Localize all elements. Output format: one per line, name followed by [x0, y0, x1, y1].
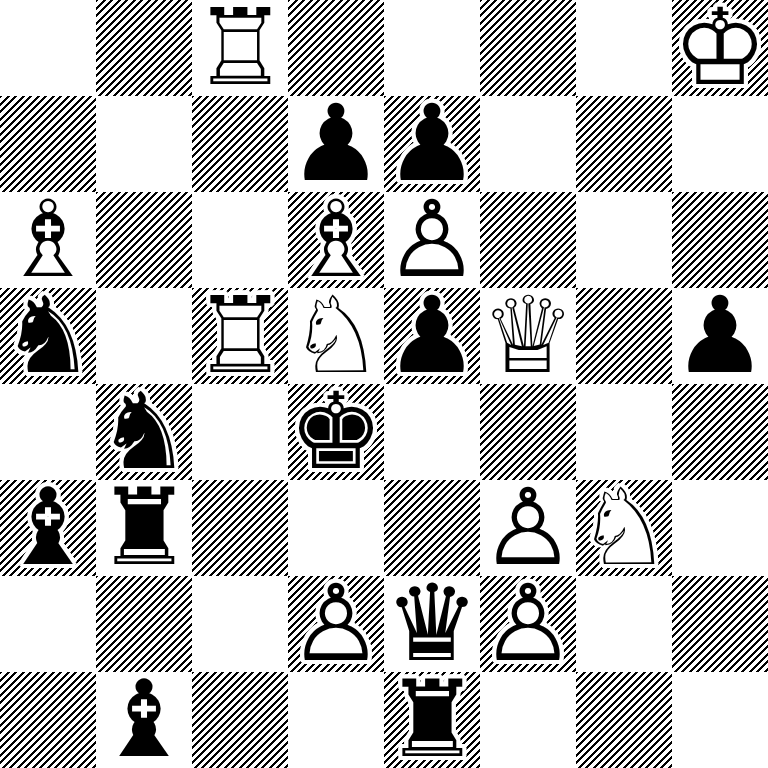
black-pawn-h5: ♟	[672, 288, 768, 384]
square-b4[interactable]: ♞	[96, 384, 192, 480]
black-king-d4: ♚	[288, 384, 384, 480]
white-queen-f5: ♛♕	[480, 288, 576, 384]
white-queen-icon: ♛	[480, 288, 576, 384]
white-knight-d5: ♞♘	[288, 288, 384, 384]
white-pawn-outline-icon: ♙	[288, 576, 384, 672]
square-f6[interactable]	[480, 192, 576, 288]
square-e8[interactable]	[384, 0, 480, 96]
square-c6[interactable]	[192, 192, 288, 288]
white-knight-icon: ♞	[576, 480, 672, 576]
white-bishop-outline-icon: ♗	[288, 192, 384, 288]
white-bishop-a6: ♝♗	[0, 192, 96, 288]
square-c5[interactable]: ♜♖	[192, 288, 288, 384]
square-h3[interactable]	[672, 480, 768, 576]
white-bishop-icon: ♝	[288, 192, 384, 288]
black-pawn-d7: ♟	[288, 96, 384, 192]
black-rook-icon: ♜	[96, 480, 192, 576]
square-d3[interactable]	[288, 480, 384, 576]
black-bishop-a3: ♝	[0, 480, 96, 576]
square-b1[interactable]: ♝	[96, 672, 192, 768]
white-bishop-d6: ♝♗	[288, 192, 384, 288]
square-d6[interactable]: ♝♗	[288, 192, 384, 288]
square-g4[interactable]	[576, 384, 672, 480]
black-rook-b3: ♜	[96, 480, 192, 576]
black-pawn-icon: ♟	[288, 96, 384, 192]
square-a5[interactable]: ♞	[0, 288, 96, 384]
square-g8[interactable]	[576, 0, 672, 96]
white-rook-icon: ♜	[192, 288, 288, 384]
black-pawn-icon: ♟	[384, 96, 480, 192]
square-g2[interactable]	[576, 576, 672, 672]
square-h4[interactable]	[672, 384, 768, 480]
square-d4[interactable]: ♚	[288, 384, 384, 480]
square-h1[interactable]	[672, 672, 768, 768]
white-knight-g3: ♞♘	[576, 480, 672, 576]
white-bishop-icon: ♝	[0, 192, 96, 288]
white-rook-icon: ♜	[192, 0, 288, 96]
square-e4[interactable]	[384, 384, 480, 480]
black-knight-icon: ♞	[96, 384, 192, 480]
white-bishop-outline-icon: ♗	[0, 192, 96, 288]
square-a1[interactable]	[0, 672, 96, 768]
square-a4[interactable]	[0, 384, 96, 480]
black-bishop-icon: ♝	[96, 672, 192, 768]
square-d2[interactable]: ♟♙	[288, 576, 384, 672]
square-e7[interactable]: ♟	[384, 96, 480, 192]
black-rook-icon: ♜	[384, 672, 480, 768]
black-knight-icon: ♞	[0, 288, 96, 384]
square-b2[interactable]	[96, 576, 192, 672]
white-king-outline-icon: ♔	[672, 0, 768, 96]
white-pawn-icon: ♟	[288, 576, 384, 672]
square-h8[interactable]: ♚♔	[672, 0, 768, 96]
square-f8[interactable]	[480, 0, 576, 96]
white-pawn-icon: ♟	[480, 576, 576, 672]
square-c7[interactable]	[192, 96, 288, 192]
square-e1[interactable]: ♜	[384, 672, 480, 768]
square-c3[interactable]	[192, 480, 288, 576]
square-h7[interactable]	[672, 96, 768, 192]
white-rook-outline-icon: ♖	[192, 0, 288, 96]
chess-board: ♜♖♚♔♟♟♝♗♝♗♟♙♞♜♖♞♘♟♛♕♟♞♚♝♜♟♙♞♘♟♙♛♟♙♝♜	[0, 0, 768, 768]
square-e3[interactable]	[384, 480, 480, 576]
square-g3[interactable]: ♞♘	[576, 480, 672, 576]
square-d8[interactable]	[288, 0, 384, 96]
white-pawn-d2: ♟♙	[288, 576, 384, 672]
white-king-icon: ♚	[672, 0, 768, 96]
black-bishop-b1: ♝	[96, 672, 192, 768]
black-rook-e1: ♜	[384, 672, 480, 768]
black-queen-icon: ♛	[384, 576, 480, 672]
square-h5[interactable]: ♟	[672, 288, 768, 384]
square-b7[interactable]	[96, 96, 192, 192]
white-pawn-icon: ♟	[384, 192, 480, 288]
black-bishop-icon: ♝	[0, 480, 96, 576]
black-pawn-e5: ♟	[384, 288, 480, 384]
square-b8[interactable]	[96, 0, 192, 96]
square-e5[interactable]: ♟	[384, 288, 480, 384]
white-pawn-e6: ♟♙	[384, 192, 480, 288]
square-a7[interactable]	[0, 96, 96, 192]
square-f1[interactable]	[480, 672, 576, 768]
white-pawn-outline-icon: ♙	[480, 480, 576, 576]
square-g6[interactable]	[576, 192, 672, 288]
square-b6[interactable]	[96, 192, 192, 288]
square-c8[interactable]: ♜♖	[192, 0, 288, 96]
square-f5[interactable]: ♛♕	[480, 288, 576, 384]
white-pawn-f3: ♟♙	[480, 480, 576, 576]
square-h2[interactable]	[672, 576, 768, 672]
square-g1[interactable]	[576, 672, 672, 768]
square-a8[interactable]	[0, 0, 96, 96]
black-king-icon: ♚	[288, 384, 384, 480]
square-f7[interactable]	[480, 96, 576, 192]
black-queen-e2: ♛	[384, 576, 480, 672]
square-f3[interactable]: ♟♙	[480, 480, 576, 576]
square-c4[interactable]	[192, 384, 288, 480]
white-pawn-icon: ♟	[480, 480, 576, 576]
square-a2[interactable]	[0, 576, 96, 672]
white-queen-outline-icon: ♕	[480, 288, 576, 384]
square-f4[interactable]	[480, 384, 576, 480]
white-knight-outline-icon: ♘	[576, 480, 672, 576]
white-pawn-f2: ♟♙	[480, 576, 576, 672]
square-b5[interactable]	[96, 288, 192, 384]
white-rook-c8: ♜♖	[192, 0, 288, 96]
white-rook-outline-icon: ♖	[192, 288, 288, 384]
white-knight-icon: ♞	[288, 288, 384, 384]
white-pawn-outline-icon: ♙	[384, 192, 480, 288]
square-h6[interactable]	[672, 192, 768, 288]
square-e2[interactable]: ♛	[384, 576, 480, 672]
white-knight-outline-icon: ♘	[288, 288, 384, 384]
black-pawn-e7: ♟	[384, 96, 480, 192]
white-rook-c5: ♜♖	[192, 288, 288, 384]
square-e6[interactable]: ♟♙	[384, 192, 480, 288]
white-pawn-outline-icon: ♙	[480, 576, 576, 672]
black-knight-a5: ♞	[0, 288, 96, 384]
square-c2[interactable]	[192, 576, 288, 672]
chess-diagram: ♜♖♚♔♟♟♝♗♝♗♟♙♞♜♖♞♘♟♛♕♟♞♚♝♜♟♙♞♘♟♙♛♟♙♝♜	[0, 0, 768, 768]
square-c1[interactable]	[192, 672, 288, 768]
black-pawn-icon: ♟	[672, 288, 768, 384]
square-d7[interactable]: ♟	[288, 96, 384, 192]
square-d1[interactable]	[288, 672, 384, 768]
square-g7[interactable]	[576, 96, 672, 192]
square-g5[interactable]	[576, 288, 672, 384]
square-f2[interactable]: ♟♙	[480, 576, 576, 672]
black-pawn-icon: ♟	[384, 288, 480, 384]
square-a3[interactable]: ♝	[0, 480, 96, 576]
square-b3[interactable]: ♜	[96, 480, 192, 576]
white-king-h8: ♚♔	[672, 0, 768, 96]
black-knight-b4: ♞	[96, 384, 192, 480]
square-a6[interactable]: ♝♗	[0, 192, 96, 288]
square-d5[interactable]: ♞♘	[288, 288, 384, 384]
